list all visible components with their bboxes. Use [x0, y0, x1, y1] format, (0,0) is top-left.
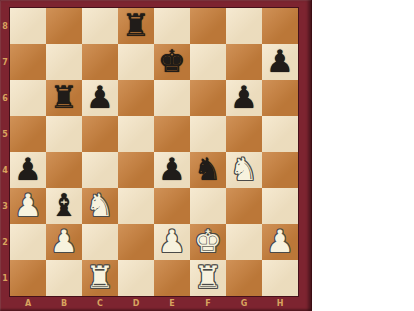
white-pawn-b2: ♟ — [50, 223, 78, 259]
rank-label-3: 3 — [0, 188, 10, 224]
file-label-g: G — [226, 297, 262, 310]
square-f8[interactable] — [190, 8, 226, 44]
square-f7[interactable] — [190, 44, 226, 80]
square-a2[interactable] — [10, 224, 46, 260]
file-label-a: A — [10, 297, 46, 310]
rank-label-7: 7 — [0, 44, 10, 80]
board-grid: ♜♚♟♜♟♟♟♟♞♞♟♝♞♟♟♚♟♜♜ — [10, 8, 298, 296]
rank-label-4: 4 — [0, 152, 10, 188]
square-h6[interactable] — [262, 80, 298, 116]
square-b7[interactable] — [46, 44, 82, 80]
black-pawn-e4: ♟ — [158, 151, 186, 187]
white-pawn-h2: ♟ — [266, 223, 294, 259]
file-label-b: B — [46, 297, 82, 310]
black-rook-b6: ♜ — [50, 79, 78, 115]
white-rook-f1: ♜ — [194, 259, 222, 295]
square-d2[interactable] — [118, 224, 154, 260]
square-g7[interactable] — [226, 44, 262, 80]
square-e4[interactable]: ♟ — [154, 152, 190, 188]
square-h8[interactable] — [262, 8, 298, 44]
square-c7[interactable] — [82, 44, 118, 80]
square-a4[interactable]: ♟ — [10, 152, 46, 188]
square-c2[interactable] — [82, 224, 118, 260]
square-g5[interactable] — [226, 116, 262, 152]
black-rook-d8: ♜ — [122, 7, 150, 43]
square-f2[interactable]: ♚ — [190, 224, 226, 260]
rank-label-5: 5 — [0, 116, 10, 152]
square-c1[interactable]: ♜ — [82, 260, 118, 296]
square-e7[interactable]: ♚ — [154, 44, 190, 80]
square-b3[interactable]: ♝ — [46, 188, 82, 224]
square-h3[interactable] — [262, 188, 298, 224]
rank-label-8: 8 — [0, 8, 10, 44]
square-g4[interactable]: ♞ — [226, 152, 262, 188]
square-a6[interactable] — [10, 80, 46, 116]
file-label-h: H — [262, 297, 298, 310]
square-g2[interactable] — [226, 224, 262, 260]
square-d1[interactable] — [118, 260, 154, 296]
file-label-f: F — [190, 297, 226, 310]
white-pawn-e2: ♟ — [158, 223, 186, 259]
square-h7[interactable]: ♟ — [262, 44, 298, 80]
square-d5[interactable] — [118, 116, 154, 152]
square-e8[interactable] — [154, 8, 190, 44]
square-g6[interactable]: ♟ — [226, 80, 262, 116]
square-h5[interactable] — [262, 116, 298, 152]
square-g3[interactable] — [226, 188, 262, 224]
square-a1[interactable] — [10, 260, 46, 296]
rank-label-6: 6 — [0, 80, 10, 116]
black-pawn-g6: ♟ — [230, 79, 258, 115]
square-e5[interactable] — [154, 116, 190, 152]
white-rook-c1: ♜ — [86, 259, 114, 295]
black-pawn-c6: ♟ — [86, 79, 114, 115]
square-e1[interactable] — [154, 260, 190, 296]
white-knight-g4: ♞ — [230, 151, 258, 187]
file-label-e: E — [154, 297, 190, 310]
square-f6[interactable] — [190, 80, 226, 116]
square-a8[interactable] — [10, 8, 46, 44]
square-e2[interactable]: ♟ — [154, 224, 190, 260]
square-c5[interactable] — [82, 116, 118, 152]
black-knight-f4: ♞ — [194, 151, 222, 187]
square-d8[interactable]: ♜ — [118, 8, 154, 44]
square-f3[interactable] — [190, 188, 226, 224]
square-c4[interactable] — [82, 152, 118, 188]
page: ♜♚♟♜♟♟♟♟♞♞♟♝♞♟♟♚♟♜♜ 87654321 ABCDEFGH — [0, 0, 414, 311]
square-d7[interactable] — [118, 44, 154, 80]
square-g8[interactable] — [226, 8, 262, 44]
square-b1[interactable] — [46, 260, 82, 296]
square-e3[interactable] — [154, 188, 190, 224]
square-f4[interactable]: ♞ — [190, 152, 226, 188]
file-label-d: D — [118, 297, 154, 310]
square-c6[interactable]: ♟ — [82, 80, 118, 116]
square-a5[interactable] — [10, 116, 46, 152]
square-a7[interactable] — [10, 44, 46, 80]
black-pawn-h7: ♟ — [266, 43, 294, 79]
square-h1[interactable] — [262, 260, 298, 296]
square-b2[interactable]: ♟ — [46, 224, 82, 260]
rank-label-1: 1 — [0, 260, 10, 296]
square-e6[interactable] — [154, 80, 190, 116]
black-king-e7: ♚ — [158, 43, 186, 79]
white-pawn-a3: ♟ — [14, 187, 42, 223]
square-d4[interactable] — [118, 152, 154, 188]
square-f5[interactable] — [190, 116, 226, 152]
black-pawn-a4: ♟ — [14, 151, 42, 187]
square-h2[interactable]: ♟ — [262, 224, 298, 260]
white-king-f2: ♚ — [194, 223, 222, 259]
square-b4[interactable] — [46, 152, 82, 188]
chess-board-frame: ♜♚♟♜♟♟♟♟♞♞♟♝♞♟♟♚♟♜♜ 87654321 ABCDEFGH — [0, 0, 312, 311]
square-b6[interactable]: ♜ — [46, 80, 82, 116]
white-knight-c3: ♞ — [86, 187, 114, 223]
square-g1[interactable] — [226, 260, 262, 296]
square-c8[interactable] — [82, 8, 118, 44]
square-b5[interactable] — [46, 116, 82, 152]
file-label-c: C — [82, 297, 118, 310]
square-f1[interactable]: ♜ — [190, 260, 226, 296]
square-d6[interactable] — [118, 80, 154, 116]
square-a3[interactable]: ♟ — [10, 188, 46, 224]
black-bishop-b3: ♝ — [50, 187, 78, 223]
square-d3[interactable] — [118, 188, 154, 224]
square-c3[interactable]: ♞ — [82, 188, 118, 224]
square-b8[interactable] — [46, 8, 82, 44]
rank-label-2: 2 — [0, 224, 10, 260]
square-h4[interactable] — [262, 152, 298, 188]
